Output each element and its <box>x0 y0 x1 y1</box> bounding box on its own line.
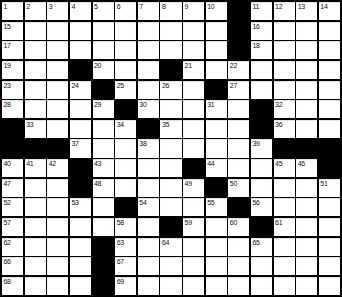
cell-r2c6[interactable] <box>115 22 136 40</box>
cell-r3c3[interactable] <box>47 41 68 59</box>
cell-r14c1[interactable]: 66 <box>2 257 23 275</box>
cell-r8c12[interactable]: 39 <box>251 139 272 157</box>
cell-r3c8[interactable] <box>160 41 181 59</box>
block-r9c9 <box>183 159 204 177</box>
block-r4c8 <box>160 61 181 79</box>
clue-number: 22 <box>230 61 237 70</box>
cell-r13c7[interactable] <box>138 238 159 256</box>
clue-number: 10 <box>207 2 214 11</box>
block-r1c11 <box>228 2 249 20</box>
cell-r2c13[interactable] <box>274 22 295 40</box>
cell-r9c1[interactable]: 40 <box>2 159 23 177</box>
block-r12c12 <box>251 218 272 236</box>
cell-r11c3[interactable] <box>47 198 68 216</box>
cell-r10c6[interactable] <box>115 179 136 197</box>
cell-r2c10[interactable] <box>206 22 227 40</box>
block-r3c11 <box>228 41 249 59</box>
cell-r10c15[interactable]: 51 <box>319 179 340 197</box>
clue-number: 14 <box>320 2 327 11</box>
clue-number: 58 <box>117 218 124 227</box>
clue-number: 56 <box>252 198 259 207</box>
clue-number: 55 <box>207 198 214 207</box>
cell-r5c2[interactable] <box>25 81 46 99</box>
cell-r10c11[interactable]: 50 <box>228 179 249 197</box>
cell-r4c10[interactable] <box>206 61 227 79</box>
cell-r5c3[interactable] <box>47 81 68 99</box>
cell-r9c3[interactable]: 42 <box>47 159 68 177</box>
cell-r9c7[interactable] <box>138 159 159 177</box>
cell-r8c4[interactable]: 37 <box>70 139 91 157</box>
cell-r1c6[interactable]: 6 <box>115 2 136 20</box>
cell-r2c8[interactable] <box>160 22 181 40</box>
clue-number: 19 <box>4 61 11 70</box>
cell-r5c6[interactable]: 25 <box>115 81 136 99</box>
clue-number: 4 <box>71 2 75 11</box>
cell-r12c11[interactable]: 60 <box>228 218 249 236</box>
clue-number: 25 <box>117 81 124 90</box>
cell-r4c1[interactable]: 19 <box>2 61 23 79</box>
cell-r3c5[interactable] <box>93 41 114 59</box>
cell-r15c10[interactable] <box>206 277 227 295</box>
cell-r14c2[interactable] <box>25 257 46 275</box>
cell-r2c15[interactable] <box>319 22 340 40</box>
clue-number: 52 <box>4 198 11 207</box>
cell-r7c8[interactable]: 35 <box>160 120 181 138</box>
cell-r6c13[interactable]: 32 <box>274 100 295 118</box>
cell-r5c1[interactable]: 23 <box>2 81 23 99</box>
cell-r9c2[interactable]: 41 <box>25 159 46 177</box>
clue-number: 29 <box>94 100 101 109</box>
cell-r2c3[interactable] <box>47 22 68 40</box>
cell-r10c9[interactable]: 49 <box>183 179 204 197</box>
cell-r4c6[interactable] <box>115 61 136 79</box>
cell-r13c4[interactable] <box>70 238 91 256</box>
cell-r8c7[interactable]: 38 <box>138 139 159 157</box>
cell-r1c1[interactable]: 1 <box>2 2 23 20</box>
cell-r15c7[interactable] <box>138 277 159 295</box>
cell-r1c7[interactable]: 7 <box>138 2 159 20</box>
clue-number: 64 <box>162 238 169 247</box>
cell-r3c1[interactable]: 17 <box>2 41 23 59</box>
cell-r10c3[interactable] <box>47 179 68 197</box>
clue-number: 59 <box>185 218 192 227</box>
clue-number: 36 <box>275 120 282 129</box>
cell-r14c4[interactable] <box>70 257 91 275</box>
clue-number: 46 <box>298 159 305 168</box>
cell-r1c13[interactable]: 12 <box>274 2 295 20</box>
cell-r9c12[interactable] <box>251 159 272 177</box>
clue-number: 41 <box>26 159 33 168</box>
block-r8c13 <box>274 139 295 157</box>
cell-r4c13[interactable] <box>274 61 295 79</box>
cell-r7c10[interactable] <box>206 120 227 138</box>
cell-r8c5[interactable] <box>93 139 114 157</box>
cell-r10c1[interactable]: 47 <box>2 179 23 197</box>
cell-r2c9[interactable] <box>183 22 204 40</box>
cell-r10c8[interactable] <box>160 179 181 197</box>
cell-r10c13[interactable] <box>274 179 295 197</box>
cell-r4c5[interactable]: 20 <box>93 61 114 79</box>
clue-number: 12 <box>275 2 282 11</box>
clue-number: 11 <box>252 2 259 11</box>
clue-number: 47 <box>4 179 11 188</box>
cell-r6c15[interactable] <box>319 100 340 118</box>
block-r12c8 <box>160 218 181 236</box>
clue-number: 57 <box>4 218 11 227</box>
cell-r6c14[interactable] <box>296 100 317 118</box>
cell-r4c7[interactable] <box>138 61 159 79</box>
cell-r2c12[interactable]: 16 <box>251 22 272 40</box>
cell-r4c11[interactable]: 22 <box>228 61 249 79</box>
cell-r11c12[interactable]: 56 <box>251 198 272 216</box>
cell-r2c2[interactable] <box>25 22 46 40</box>
cell-r3c10[interactable] <box>206 41 227 59</box>
cell-r5c8[interactable]: 26 <box>160 81 181 99</box>
cell-r15c2[interactable] <box>25 277 46 295</box>
cell-r10c2[interactable] <box>25 179 46 197</box>
block-r7c1 <box>2 120 23 138</box>
clue-number: 27 <box>230 81 237 90</box>
cell-r10c12[interactable] <box>251 179 272 197</box>
cell-r1c4[interactable]: 4 <box>70 2 91 20</box>
cell-r15c13[interactable] <box>274 277 295 295</box>
cell-r11c7[interactable]: 54 <box>138 198 159 216</box>
clue-number: 28 <box>4 100 11 109</box>
cell-r7c9[interactable] <box>183 120 204 138</box>
clue-number: 26 <box>162 81 169 90</box>
cell-r1c5[interactable]: 5 <box>93 2 114 20</box>
cell-r11c10[interactable]: 55 <box>206 198 227 216</box>
clue-number: 60 <box>230 218 237 227</box>
cell-r3c6[interactable] <box>115 41 136 59</box>
cell-r13c11[interactable] <box>228 238 249 256</box>
cell-r11c4[interactable]: 53 <box>70 198 91 216</box>
clue-number: 69 <box>117 277 124 286</box>
cell-r8c11[interactable] <box>228 139 249 157</box>
cell-r8c9[interactable] <box>183 139 204 157</box>
clue-number: 44 <box>207 159 214 168</box>
cell-r15c1[interactable]: 68 <box>2 277 23 295</box>
clue-number: 62 <box>4 238 11 247</box>
cell-r11c14[interactable] <box>296 198 317 216</box>
cell-r14c7[interactable] <box>138 257 159 275</box>
cell-r4c15[interactable] <box>319 61 340 79</box>
cell-r6c5[interactable]: 29 <box>93 100 114 118</box>
block-r10c4 <box>70 179 91 197</box>
clue-number: 6 <box>117 2 121 11</box>
clue-number: 63 <box>117 238 124 247</box>
clue-number: 49 <box>185 179 192 188</box>
cell-r14c6[interactable]: 67 <box>115 257 136 275</box>
cell-r8c10[interactable] <box>206 139 227 157</box>
cell-r4c12[interactable] <box>251 61 272 79</box>
cell-r7c5[interactable] <box>93 120 114 138</box>
cell-r3c4[interactable] <box>70 41 91 59</box>
clue-number: 20 <box>94 61 101 70</box>
cell-r11c15[interactable] <box>319 198 340 216</box>
cell-r15c14[interactable] <box>296 277 317 295</box>
cell-r8c8[interactable] <box>160 139 181 157</box>
clue-number: 13 <box>298 2 305 11</box>
clue-number: 3 <box>49 2 53 11</box>
cell-r11c13[interactable] <box>274 198 295 216</box>
block-r11c11 <box>228 198 249 216</box>
block-r15c5 <box>93 277 114 295</box>
clue-number: 31 <box>207 100 214 109</box>
block-r14c5 <box>93 257 114 275</box>
cell-r5c7[interactable] <box>138 81 159 99</box>
cell-r7c15[interactable] <box>319 120 340 138</box>
block-r2c11 <box>228 22 249 40</box>
cell-r6c7[interactable]: 30 <box>138 100 159 118</box>
cell-r3c7[interactable] <box>138 41 159 59</box>
cell-r9c8[interactable] <box>160 159 181 177</box>
clue-number: 21 <box>185 61 192 70</box>
cell-r13c15[interactable] <box>319 238 340 256</box>
clue-number: 24 <box>71 81 78 90</box>
block-r9c4 <box>70 159 91 177</box>
cell-r12c5[interactable] <box>93 218 114 236</box>
crossword-grid: 1234567891011121314151617181920212223242… <box>0 0 342 297</box>
clue-number: 17 <box>4 41 11 50</box>
cell-r15c8[interactable] <box>160 277 181 295</box>
clue-number: 40 <box>4 159 11 168</box>
cell-r12c14[interactable] <box>296 218 317 236</box>
cell-r14c14[interactable] <box>296 257 317 275</box>
block-r8c15 <box>319 139 340 157</box>
cell-r10c5[interactable]: 48 <box>93 179 114 197</box>
cell-r15c11[interactable] <box>228 277 249 295</box>
cell-r6c11[interactable] <box>228 100 249 118</box>
cell-r12c2[interactable] <box>25 218 46 236</box>
cell-r5c14[interactable] <box>296 81 317 99</box>
cell-r12c9[interactable]: 59 <box>183 218 204 236</box>
cell-r13c1[interactable]: 62 <box>2 238 23 256</box>
cell-r12c10[interactable] <box>206 218 227 236</box>
cell-r12c4[interactable] <box>70 218 91 236</box>
cell-r1c8[interactable]: 8 <box>160 2 181 20</box>
cell-r9c6[interactable] <box>115 159 136 177</box>
cell-r13c10[interactable] <box>206 238 227 256</box>
cell-r11c8[interactable] <box>160 198 181 216</box>
clue-number: 1 <box>4 2 8 11</box>
clue-number: 16 <box>252 22 259 31</box>
cell-r4c3[interactable] <box>47 61 68 79</box>
clue-number: 5 <box>94 2 98 11</box>
cell-r14c10[interactable] <box>206 257 227 275</box>
clue-number: 9 <box>185 2 189 11</box>
cell-r13c13[interactable] <box>274 238 295 256</box>
cell-r13c3[interactable] <box>47 238 68 256</box>
cell-r14c11[interactable] <box>228 257 249 275</box>
clue-number: 30 <box>139 100 146 109</box>
clue-number: 67 <box>117 257 124 266</box>
cell-r1c2[interactable]: 2 <box>25 2 46 20</box>
block-r11c6 <box>115 198 136 216</box>
clue-number: 65 <box>252 238 259 247</box>
cell-r15c6[interactable]: 69 <box>115 277 136 295</box>
cell-r10c14[interactable] <box>296 179 317 197</box>
cell-r13c8[interactable]: 64 <box>160 238 181 256</box>
cell-r9c13[interactable]: 45 <box>274 159 295 177</box>
cell-r12c3[interactable] <box>47 218 68 236</box>
cell-r14c8[interactable] <box>160 257 181 275</box>
cell-r9c10[interactable]: 44 <box>206 159 227 177</box>
clue-number: 8 <box>162 2 166 11</box>
block-r8c1 <box>2 139 23 157</box>
cell-r6c4[interactable] <box>70 100 91 118</box>
cell-r3c2[interactable] <box>25 41 46 59</box>
cell-r9c14[interactable]: 46 <box>296 159 317 177</box>
clue-number: 53 <box>71 198 78 207</box>
cell-r11c5[interactable] <box>93 198 114 216</box>
cell-r2c5[interactable] <box>93 22 114 40</box>
cell-r3c12[interactable]: 18 <box>251 41 272 59</box>
clue-number: 45 <box>275 159 282 168</box>
cell-r5c12[interactable] <box>251 81 272 99</box>
cell-r7c3[interactable] <box>47 120 68 138</box>
cell-r13c9[interactable] <box>183 238 204 256</box>
cell-r12c1[interactable]: 57 <box>2 218 23 236</box>
clue-number: 23 <box>4 81 11 90</box>
cell-r5c15[interactable] <box>319 81 340 99</box>
cell-r5c4[interactable]: 24 <box>70 81 91 99</box>
clue-number: 38 <box>139 139 146 148</box>
clue-number: 7 <box>139 2 143 11</box>
clue-number: 35 <box>162 120 169 129</box>
cell-r2c7[interactable] <box>138 22 159 40</box>
cell-r14c15[interactable] <box>319 257 340 275</box>
clue-number: 61 <box>275 218 282 227</box>
cell-r14c12[interactable] <box>251 257 272 275</box>
clue-number: 32 <box>275 100 282 109</box>
cell-r14c13[interactable] <box>274 257 295 275</box>
cell-r3c14[interactable] <box>296 41 317 59</box>
cell-r13c14[interactable] <box>296 238 317 256</box>
block-r5c5 <box>93 81 114 99</box>
cell-r7c11[interactable] <box>228 120 249 138</box>
cell-r9c5[interactable]: 43 <box>93 159 114 177</box>
cell-r1c10[interactable]: 10 <box>206 2 227 20</box>
cell-r8c6[interactable] <box>115 139 136 157</box>
cell-r5c9[interactable] <box>183 81 204 99</box>
cell-r15c3[interactable] <box>47 277 68 295</box>
clue-number: 54 <box>139 198 146 207</box>
cell-r15c15[interactable] <box>319 277 340 295</box>
cell-r11c9[interactable] <box>183 198 204 216</box>
cell-r3c9[interactable] <box>183 41 204 59</box>
block-r6c6 <box>115 100 136 118</box>
cell-r7c2[interactable]: 33 <box>25 120 46 138</box>
clue-number: 66 <box>4 257 11 266</box>
cell-r6c8[interactable] <box>160 100 181 118</box>
cell-r5c13[interactable] <box>274 81 295 99</box>
cell-r13c2[interactable] <box>25 238 46 256</box>
block-r7c7 <box>138 120 159 138</box>
cell-r11c1[interactable]: 52 <box>2 198 23 216</box>
cell-r12c13[interactable]: 61 <box>274 218 295 236</box>
cell-r15c4[interactable] <box>70 277 91 295</box>
cell-r7c4[interactable] <box>70 120 91 138</box>
clue-number: 2 <box>26 2 30 11</box>
cell-r5c11[interactable]: 27 <box>228 81 249 99</box>
cell-r12c7[interactable] <box>138 218 159 236</box>
cell-r6c3[interactable] <box>47 100 68 118</box>
clue-number: 37 <box>71 139 78 148</box>
cell-r14c3[interactable] <box>47 257 68 275</box>
clue-number: 42 <box>49 159 56 168</box>
cell-r4c14[interactable] <box>296 61 317 79</box>
cell-r15c9[interactable] <box>183 277 204 295</box>
cell-r2c4[interactable] <box>70 22 91 40</box>
cell-r7c6[interactable]: 34 <box>115 120 136 138</box>
cell-r9c11[interactable] <box>228 159 249 177</box>
cell-r10c7[interactable] <box>138 179 159 197</box>
cell-r6c1[interactable]: 28 <box>2 100 23 118</box>
cell-r4c9[interactable]: 21 <box>183 61 204 79</box>
block-r13c5 <box>93 238 114 256</box>
cell-r6c9[interactable] <box>183 100 204 118</box>
clue-number: 68 <box>4 277 11 286</box>
clue-number: 50 <box>230 179 237 188</box>
clue-number: 15 <box>4 22 11 31</box>
cell-r6c10[interactable]: 31 <box>206 100 227 118</box>
cell-r2c1[interactable]: 15 <box>2 22 23 40</box>
block-r8c3 <box>47 139 68 157</box>
cell-r14c9[interactable] <box>183 257 204 275</box>
block-r6c12 <box>251 100 272 118</box>
cell-r7c13[interactable]: 36 <box>274 120 295 138</box>
clue-number: 39 <box>252 139 259 148</box>
cell-r3c15[interactable] <box>319 41 340 59</box>
cell-r13c6[interactable]: 63 <box>115 238 136 256</box>
cell-r4c2[interactable] <box>25 61 46 79</box>
cell-r1c12[interactable]: 11 <box>251 2 272 20</box>
clue-number: 43 <box>94 159 101 168</box>
block-r7c12 <box>251 120 272 138</box>
block-r5c10 <box>206 81 227 99</box>
cell-r15c12[interactable] <box>251 277 272 295</box>
cell-r3c13[interactable] <box>274 41 295 59</box>
cell-r7c14[interactable] <box>296 120 317 138</box>
clue-number: 34 <box>117 120 124 129</box>
cell-r1c3[interactable]: 3 <box>47 2 68 20</box>
block-r8c2 <box>25 139 46 157</box>
cell-r1c14[interactable]: 13 <box>296 2 317 20</box>
cell-r12c15[interactable] <box>319 218 340 236</box>
cell-r1c9[interactable]: 9 <box>183 2 204 20</box>
cell-r2c14[interactable] <box>296 22 317 40</box>
block-r10c10 <box>206 179 227 197</box>
cell-r1c15[interactable]: 14 <box>319 2 340 20</box>
block-r8c14 <box>296 139 317 157</box>
block-r9c15 <box>319 159 340 177</box>
cell-r11c2[interactable] <box>25 198 46 216</box>
cell-r6c2[interactable] <box>25 100 46 118</box>
clue-number: 48 <box>94 179 101 188</box>
cell-r13c12[interactable]: 65 <box>251 238 272 256</box>
clue-number: 18 <box>252 41 259 50</box>
clue-number: 51 <box>320 179 327 188</box>
block-r4c4 <box>70 61 91 79</box>
cell-r12c6[interactable]: 58 <box>115 218 136 236</box>
clue-number: 33 <box>26 120 33 129</box>
